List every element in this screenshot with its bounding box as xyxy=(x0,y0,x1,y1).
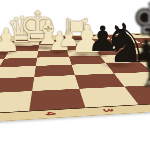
chess-set-photo: 5 4 3 2 ♟ ♛ ♚ ♝ ♟ ♟ ♜ ♟ ♟ ♞ ♚ ♝ ♟ ♟ ♜ xyxy=(0,0,150,150)
black-rook-blurred: ♜ xyxy=(138,53,150,93)
piece-layer: ♟ ♛ ♚ ♝ ♟ ♟ ♜ ♟ ♟ ♞ ♚ ♝ ♟ ♟ ♜ xyxy=(0,0,150,150)
